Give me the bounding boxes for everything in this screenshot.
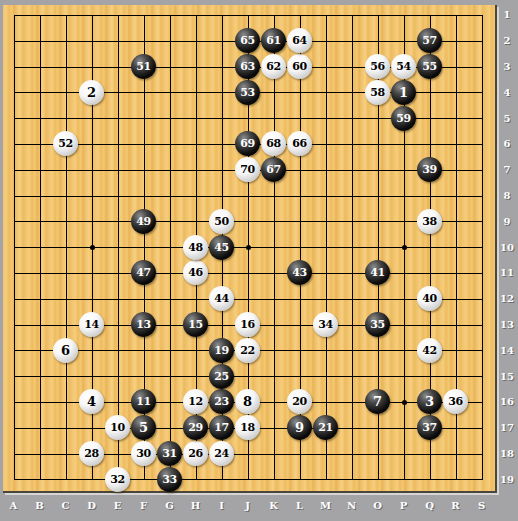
coordinate-label-column: F (131, 500, 157, 514)
move-number: 6 (61, 344, 70, 357)
move-number: 49 (136, 216, 150, 227)
move-number: 1 (399, 86, 408, 99)
move-number: 3 (425, 395, 434, 408)
go-stone-black: 69 (235, 131, 260, 156)
move-number: 19 (214, 345, 228, 356)
go-stone-white: 52 (53, 131, 78, 156)
coordinate-label-column: M (313, 500, 339, 514)
go-stone-black: 17 (209, 415, 234, 440)
move-number: 46 (188, 267, 202, 278)
go-stone-black: 35 (365, 312, 390, 337)
column-labels: ABCDEFGHIJKLMNOPQRS (1, 500, 495, 514)
coordinate-label-row: 3 (498, 54, 516, 80)
move-number: 31 (162, 448, 176, 459)
go-stone-black: 51 (131, 54, 156, 79)
move-number: 51 (136, 61, 150, 72)
coordinate-label-row: 2 (498, 28, 516, 54)
go-stone-black: 15 (183, 312, 208, 337)
move-number: 62 (266, 61, 280, 72)
coordinate-label-column: B (27, 500, 53, 514)
coordinate-label-row: 5 (498, 105, 516, 131)
move-number: 60 (292, 61, 306, 72)
move-number: 13 (136, 319, 150, 330)
move-number: 67 (266, 164, 280, 175)
coordinate-label-row: 8 (498, 183, 516, 209)
move-number: 38 (422, 216, 436, 227)
go-stone-white: 58 (365, 80, 390, 105)
go-stone-black: 61 (261, 28, 286, 53)
move-number: 56 (370, 61, 384, 72)
coordinate-label-row: 15 (498, 363, 516, 389)
go-stone-black: 65 (235, 28, 260, 53)
go-stone-white: 22 (235, 338, 260, 363)
go-stone-black: 11 (131, 389, 156, 414)
move-number: 35 (370, 319, 384, 330)
go-stone-white: 20 (287, 389, 312, 414)
go-stone-white: 50 (209, 209, 234, 234)
go-stone-white: 18 (235, 415, 260, 440)
go-stone-white: 2 (79, 80, 104, 105)
move-number: 36 (448, 396, 462, 407)
coordinate-label-column: K (261, 500, 287, 514)
coordinate-label-column: C (53, 500, 79, 514)
coordinate-label-row: 6 (498, 131, 516, 157)
coordinate-label-row: 14 (498, 337, 516, 363)
coordinate-label-row: 1 (498, 2, 516, 28)
move-number: 21 (318, 422, 332, 433)
move-number: 11 (136, 396, 150, 407)
coordinate-label-row: 4 (498, 79, 516, 105)
move-number: 48 (188, 242, 202, 253)
go-stone-black: 13 (131, 312, 156, 337)
coordinate-label-column: H (183, 500, 209, 514)
move-number: 28 (84, 448, 98, 459)
move-number: 26 (188, 448, 202, 459)
go-stone-white: 54 (391, 54, 416, 79)
go-stone-black: 49 (131, 209, 156, 234)
go-stone-white: 64 (287, 28, 312, 53)
move-number: 59 (396, 113, 410, 124)
coordinate-label-row: 18 (498, 441, 516, 467)
go-stone-white: 44 (209, 286, 234, 311)
go-stone-white: 4 (79, 389, 104, 414)
move-number: 64 (292, 35, 306, 46)
go-stone-white: 34 (313, 312, 338, 337)
go-stone-white: 6 (53, 338, 78, 363)
go-stone-white: 42 (417, 338, 442, 363)
go-stone-white: 40 (417, 286, 442, 311)
coordinate-label-column: G (157, 500, 183, 514)
move-number: 29 (188, 422, 202, 433)
move-number: 41 (370, 267, 384, 278)
move-number: 2 (87, 86, 96, 99)
move-number: 25 (214, 371, 228, 382)
move-number: 7 (373, 395, 382, 408)
coordinate-label-row: 17 (498, 415, 516, 441)
move-number: 58 (370, 87, 384, 98)
move-number: 37 (422, 422, 436, 433)
move-number: 42 (422, 345, 436, 356)
coordinate-label-column: E (105, 500, 131, 514)
go-stone-black: 47 (131, 260, 156, 285)
go-stone-black: 29 (183, 415, 208, 440)
move-number: 34 (318, 319, 332, 330)
move-number: 32 (110, 474, 124, 485)
move-number: 30 (136, 448, 150, 459)
go-stone-white: 68 (261, 131, 286, 156)
move-number: 4 (87, 395, 96, 408)
go-stone-white: 66 (287, 131, 312, 156)
go-stone-black: 19 (209, 338, 234, 363)
go-stone-white: 32 (105, 467, 130, 492)
go-stone-black: 45 (209, 235, 234, 260)
move-number: 50 (214, 216, 228, 227)
coordinate-label-row: 10 (498, 234, 516, 260)
move-number: 10 (110, 422, 124, 433)
move-number: 23 (214, 396, 228, 407)
move-number: 55 (422, 61, 436, 72)
move-number: 70 (240, 164, 254, 175)
move-number: 14 (84, 319, 98, 330)
coordinate-label-column: L (287, 500, 313, 514)
go-stone-white: 62 (261, 54, 286, 79)
move-number: 53 (240, 87, 254, 98)
go-stone-black: 37 (417, 415, 442, 440)
stones-layer: 1234567891011121314151617181920212223242… (1, 2, 495, 492)
go-stone-white: 70 (235, 157, 260, 182)
coordinate-label-column: D (79, 500, 105, 514)
go-stone-black: 33 (157, 467, 182, 492)
go-stone-black: 55 (417, 54, 442, 79)
go-stone-black: 5 (131, 415, 156, 440)
go-stone-white: 10 (105, 415, 130, 440)
coordinate-label-column: I (209, 500, 235, 514)
move-number: 65 (240, 35, 254, 46)
go-stone-black: 41 (365, 260, 390, 285)
move-number: 12 (188, 396, 202, 407)
go-stone-black: 67 (261, 157, 286, 182)
go-stone-black: 21 (313, 415, 338, 440)
move-number: 39 (422, 164, 436, 175)
go-stone-white: 46 (183, 260, 208, 285)
move-number: 44 (214, 293, 228, 304)
coordinate-label-column: P (391, 500, 417, 514)
go-stone-white: 26 (183, 441, 208, 466)
go-stone-white: 28 (79, 441, 104, 466)
go-stone-black: 63 (235, 54, 260, 79)
go-stone-white: 56 (365, 54, 390, 79)
coordinate-label-column: S (469, 500, 495, 514)
go-stone-black: 1 (391, 80, 416, 105)
move-number: 5 (139, 421, 148, 434)
move-number: 69 (240, 138, 254, 149)
coordinate-label-column: J (235, 500, 261, 514)
move-number: 66 (292, 138, 306, 149)
move-number: 15 (188, 319, 202, 330)
coordinate-label-row: 9 (498, 208, 516, 234)
move-number: 54 (396, 61, 410, 72)
go-stone-black: 23 (209, 389, 234, 414)
go-stone-white: 8 (235, 389, 260, 414)
row-labels: 12345678910111213141516171819 (498, 2, 516, 492)
coordinate-label-column: R (443, 500, 469, 514)
move-number: 45 (214, 242, 228, 253)
move-number: 8 (243, 395, 252, 408)
move-number: 40 (422, 293, 436, 304)
move-number: 61 (266, 35, 280, 46)
coordinate-label-column: Q (417, 500, 443, 514)
move-number: 63 (240, 61, 254, 72)
go-stone-black: 7 (365, 389, 390, 414)
go-stone-white: 48 (183, 235, 208, 260)
go-stone-white: 14 (79, 312, 104, 337)
go-stone-black: 43 (287, 260, 312, 285)
move-number: 20 (292, 396, 306, 407)
go-stone-white: 16 (235, 312, 260, 337)
go-stone-white: 60 (287, 54, 312, 79)
go-stone-black: 9 (287, 415, 312, 440)
go-stone-black: 3 (417, 389, 442, 414)
coordinate-label-row: 13 (498, 312, 516, 338)
coordinate-label-row: 12 (498, 286, 516, 312)
go-stone-black: 31 (157, 441, 182, 466)
coordinate-label-row: 7 (498, 157, 516, 183)
go-stone-black: 57 (417, 28, 442, 53)
go-stone-white: 38 (417, 209, 442, 234)
move-number: 43 (292, 267, 306, 278)
go-stone-black: 25 (209, 364, 234, 389)
coordinate-label-row: 19 (498, 466, 516, 492)
coordinate-label-row: 11 (498, 260, 516, 286)
go-stone-white: 24 (209, 441, 234, 466)
move-number: 68 (266, 138, 280, 149)
move-number: 24 (214, 448, 228, 459)
go-stone-white: 30 (131, 441, 156, 466)
move-number: 22 (240, 345, 254, 356)
move-number: 47 (136, 267, 150, 278)
coordinate-label-column: N (339, 500, 365, 514)
coordinate-label-row: 16 (498, 389, 516, 415)
go-board-diagram: 1234567891011121314151617181920212223242… (0, 0, 518, 521)
coordinate-label-column: A (1, 500, 27, 514)
go-stone-black: 53 (235, 80, 260, 105)
go-stone-black: 59 (391, 106, 416, 131)
move-number: 17 (214, 422, 228, 433)
move-number: 18 (240, 422, 254, 433)
go-stone-white: 36 (443, 389, 468, 414)
go-stone-black: 39 (417, 157, 442, 182)
move-number: 16 (240, 319, 254, 330)
move-number: 52 (58, 138, 72, 149)
move-number: 33 (162, 474, 176, 485)
coordinate-label-column: O (365, 500, 391, 514)
move-number: 57 (422, 35, 436, 46)
go-stone-white: 12 (183, 389, 208, 414)
move-number: 9 (295, 421, 304, 434)
